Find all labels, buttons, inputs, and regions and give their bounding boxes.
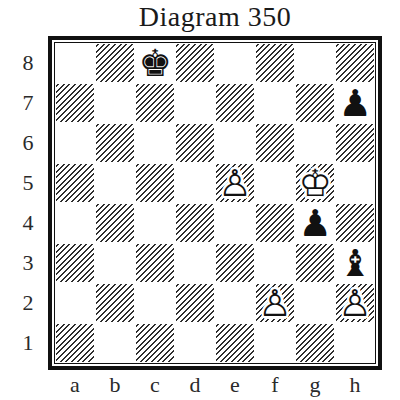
square-b4[interactable] [95,203,135,243]
square-h7[interactable]: ♟♟ [335,83,375,123]
square-b3[interactable] [95,243,135,283]
square-c3[interactable] [135,243,175,283]
square-b8[interactable] [95,43,135,83]
square-e7[interactable] [215,83,255,123]
file-label-h: h [335,372,375,398]
black-pawn-h7[interactable]: ♟♟ [335,83,375,123]
square-a2[interactable] [55,283,95,323]
square-d2[interactable] [175,283,215,323]
white-pawn-icon: ♙ [338,285,371,322]
square-d3[interactable] [175,243,215,283]
square-h1[interactable] [335,323,375,363]
square-e6[interactable] [215,123,255,163]
square-h6[interactable] [335,123,375,163]
file-label-g: g [295,372,335,398]
square-c2[interactable] [135,283,175,323]
square-g3[interactable] [295,243,335,283]
square-g8[interactable] [295,43,335,83]
black-king-icon: ♚ [138,45,171,82]
square-d5[interactable] [175,163,215,203]
square-a3[interactable] [55,243,95,283]
square-d6[interactable] [175,123,215,163]
square-g5[interactable]: ♚♔ [295,163,335,203]
square-a4[interactable] [55,203,95,243]
square-c4[interactable] [135,203,175,243]
square-f3[interactable] [255,243,295,283]
board: ♚♚♟♟♟♙♚♔♟♟♝♝♟♙♟♙ [55,43,375,363]
square-a1[interactable] [55,323,95,363]
black-bishop-h3[interactable]: ♝♝ [335,243,375,283]
square-f4[interactable] [255,203,295,243]
square-b7[interactable] [95,83,135,123]
square-f5[interactable] [255,163,295,203]
square-e1[interactable] [215,323,255,363]
square-a8[interactable] [55,43,95,83]
rank-label-3: 3 [14,243,42,283]
square-g4[interactable]: ♟♟ [295,203,335,243]
white-pawn-e5[interactable]: ♟♙ [215,163,255,203]
rank-label-1: 1 [14,323,42,363]
white-king-g5[interactable]: ♚♔ [295,163,335,203]
square-d1[interactable] [175,323,215,363]
square-h8[interactable] [335,43,375,83]
white-king-icon: ♔ [298,165,331,202]
rank-label-5: 5 [14,163,42,203]
square-b6[interactable] [95,123,135,163]
black-pawn-g4[interactable]: ♟♟ [295,203,335,243]
square-b2[interactable] [95,283,135,323]
white-pawn-f2[interactable]: ♟♙ [255,283,295,323]
square-c8[interactable]: ♚♚ [135,43,175,83]
square-c6[interactable] [135,123,175,163]
square-h3[interactable]: ♝♝ [335,243,375,283]
rank-label-6: 6 [14,123,42,163]
square-c5[interactable] [135,163,175,203]
square-e3[interactable] [215,243,255,283]
white-pawn-h2[interactable]: ♟♙ [335,283,375,323]
square-b5[interactable] [95,163,135,203]
square-d7[interactable] [175,83,215,123]
rank-label-7: 7 [14,83,42,123]
square-c1[interactable] [135,323,175,363]
file-label-c: c [135,372,175,398]
file-label-e: e [215,372,255,398]
square-a5[interactable] [55,163,95,203]
square-c7[interactable] [135,83,175,123]
square-e8[interactable] [215,43,255,83]
black-pawn-icon: ♟ [298,205,331,242]
square-b1[interactable] [95,323,135,363]
square-d8[interactable] [175,43,215,83]
square-g7[interactable] [295,83,335,123]
square-e2[interactable] [215,283,255,323]
square-e5[interactable]: ♟♙ [215,163,255,203]
diagram-title: Diagram 350 [48,1,382,33]
square-a7[interactable] [55,83,95,123]
black-pawn-icon: ♟ [338,85,371,122]
square-h5[interactable] [335,163,375,203]
square-a6[interactable] [55,123,95,163]
file-label-a: a [55,372,95,398]
square-f8[interactable] [255,43,295,83]
square-f6[interactable] [255,123,295,163]
square-f7[interactable] [255,83,295,123]
square-f1[interactable] [255,323,295,363]
black-bishop-icon: ♝ [338,245,371,282]
file-label-b: b [95,372,135,398]
black-king-c8[interactable]: ♚♚ [135,43,175,83]
square-g2[interactable] [295,283,335,323]
file-label-f: f [255,372,295,398]
rank-label-2: 2 [14,283,42,323]
file-label-d: d [175,372,215,398]
white-pawn-icon: ♙ [258,285,291,322]
square-f2[interactable]: ♟♙ [255,283,295,323]
board-inner-border: ♚♚♟♟♟♙♚♔♟♟♝♝♟♙♟♙ [54,42,376,364]
board-frame: ♚♚♟♟♟♙♚♔♟♟♝♝♟♙♟♙ [48,36,382,370]
chess-diagram-page: Diagram 350 87654321 ♚♚♟♟♟♙♚♔♟♟♝♝♟♙♟♙ ab… [0,0,400,400]
rank-label-4: 4 [14,203,42,243]
rank-label-8: 8 [14,43,42,83]
square-g6[interactable] [295,123,335,163]
white-pawn-icon: ♙ [218,165,251,202]
square-g1[interactable] [295,323,335,363]
square-d4[interactable] [175,203,215,243]
square-h2[interactable]: ♟♙ [335,283,375,323]
square-h4[interactable] [335,203,375,243]
square-e4[interactable] [215,203,255,243]
